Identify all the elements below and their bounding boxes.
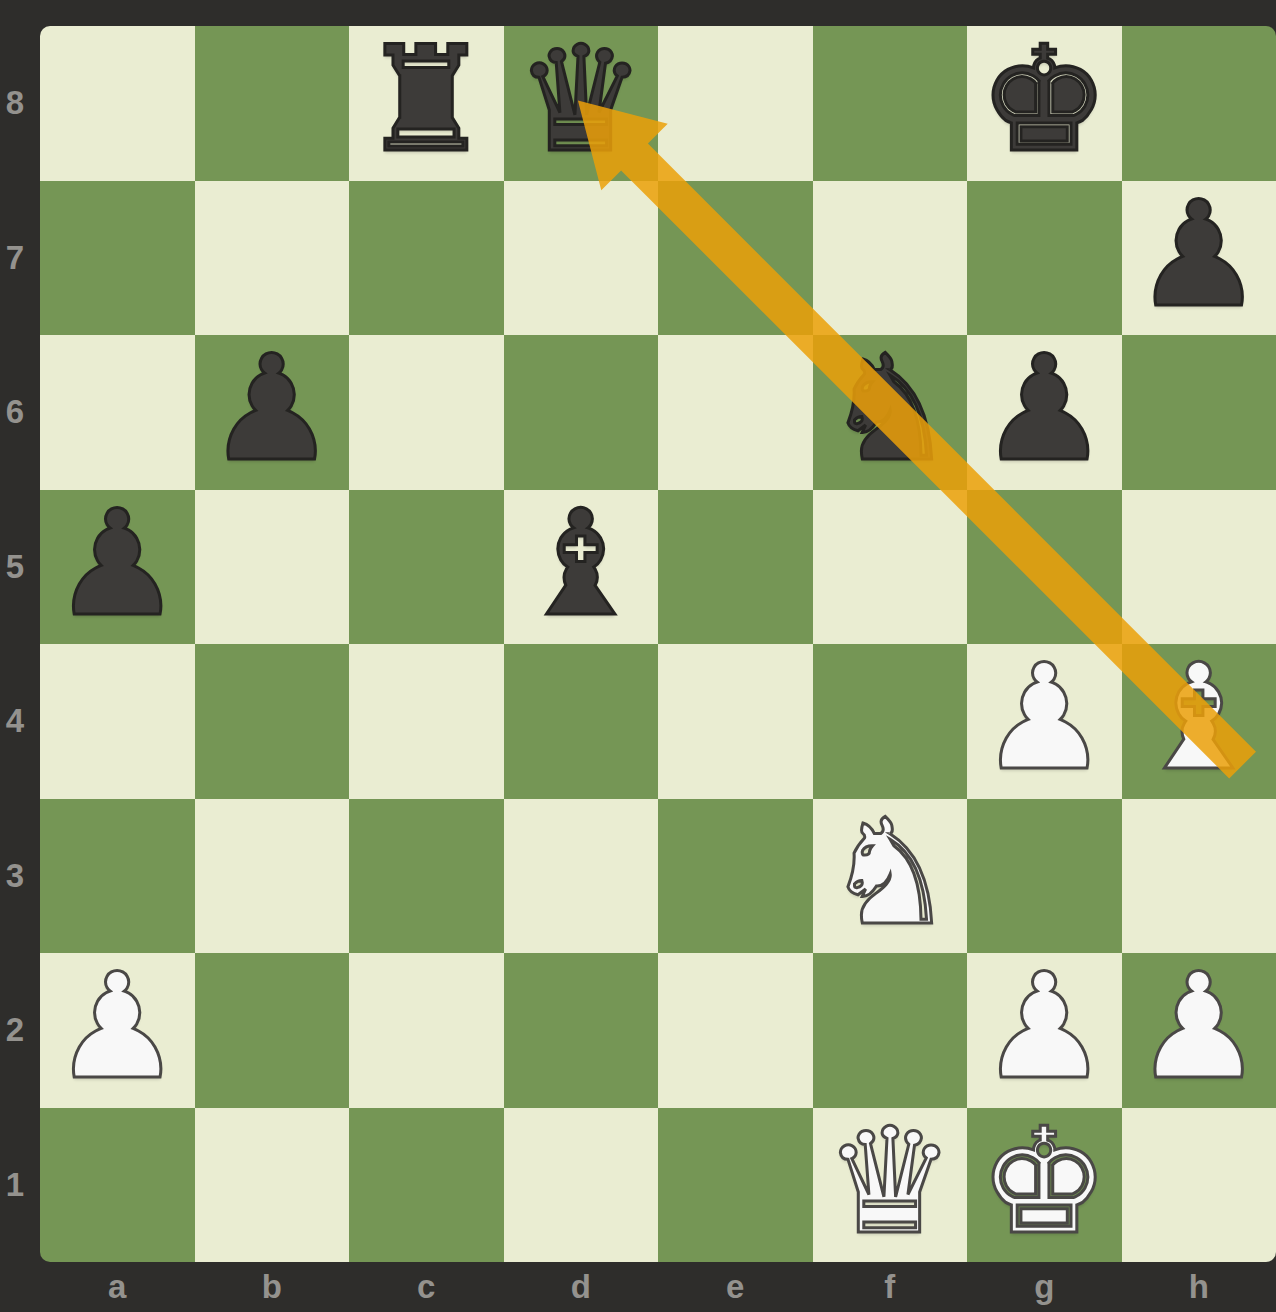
piece-white-pawn-a2[interactable]: ♟ — [52, 953, 183, 1099]
rank-label-1: 1 — [0, 1108, 35, 1263]
chess-board[interactable]: ♜♛♚♟♟♞♟♟♝♟♝♞♟♟♟♛♚ — [40, 26, 1276, 1262]
square-d7[interactable] — [504, 181, 659, 336]
piece-white-knight-f3[interactable]: ♞ — [824, 799, 955, 945]
square-a8[interactable] — [40, 26, 195, 181]
square-d2[interactable] — [504, 953, 659, 1108]
square-c8[interactable]: ♜ — [349, 26, 504, 181]
rank-label-7: 7 — [0, 181, 35, 336]
square-h6[interactable] — [1122, 335, 1276, 490]
piece-white-pawn-g4[interactable]: ♟ — [979, 644, 1110, 790]
file-label-d: d — [504, 1262, 659, 1312]
square-h1[interactable] — [1122, 1108, 1276, 1263]
square-f5[interactable] — [813, 490, 968, 645]
square-f3[interactable]: ♞ — [813, 799, 968, 954]
square-c6[interactable] — [349, 335, 504, 490]
piece-black-king-g8[interactable]: ♚ — [979, 26, 1110, 172]
square-f6[interactable]: ♞ — [813, 335, 968, 490]
square-a3[interactable] — [40, 799, 195, 954]
square-e6[interactable] — [658, 335, 813, 490]
file-label-f: f — [813, 1262, 968, 1312]
square-g5[interactable] — [967, 490, 1122, 645]
square-a1[interactable] — [40, 1108, 195, 1263]
piece-white-pawn-g2[interactable]: ♟ — [979, 953, 1110, 1099]
rank-label-2: 2 — [0, 953, 35, 1108]
square-b2[interactable] — [195, 953, 350, 1108]
piece-black-pawn-a5[interactable]: ♟ — [52, 490, 183, 636]
square-h2[interactable]: ♟ — [1122, 953, 1276, 1108]
square-d1[interactable] — [504, 1108, 659, 1263]
square-g1[interactable]: ♚ — [967, 1108, 1122, 1263]
square-c1[interactable] — [349, 1108, 504, 1263]
rank-label-5: 5 — [0, 490, 35, 645]
square-f7[interactable] — [813, 181, 968, 336]
square-g6[interactable]: ♟ — [967, 335, 1122, 490]
square-c2[interactable] — [349, 953, 504, 1108]
piece-black-queen-d8[interactable]: ♛ — [515, 26, 646, 172]
file-coordinates: abcdefgh — [40, 1262, 1276, 1312]
piece-black-pawn-g6[interactable]: ♟ — [979, 335, 1110, 481]
square-d5[interactable]: ♝ — [504, 490, 659, 645]
file-label-g: g — [967, 1262, 1122, 1312]
piece-black-pawn-h7[interactable]: ♟ — [1133, 181, 1264, 327]
square-e5[interactable] — [658, 490, 813, 645]
square-d3[interactable] — [504, 799, 659, 954]
square-h5[interactable] — [1122, 490, 1276, 645]
rank-label-8: 8 — [0, 26, 35, 181]
square-g3[interactable] — [967, 799, 1122, 954]
square-b1[interactable] — [195, 1108, 350, 1263]
chess-board-app: 87654321 ♜♛♚♟♟♞♟♟♝♟♝♞♟♟♟♛♚ abcdefgh — [0, 0, 1276, 1312]
square-f2[interactable] — [813, 953, 968, 1108]
square-d4[interactable] — [504, 644, 659, 799]
file-label-e: e — [658, 1262, 813, 1312]
square-c4[interactable] — [349, 644, 504, 799]
square-c5[interactable] — [349, 490, 504, 645]
square-c7[interactable] — [349, 181, 504, 336]
square-g8[interactable]: ♚ — [967, 26, 1122, 181]
square-e7[interactable] — [658, 181, 813, 336]
file-label-b: b — [195, 1262, 350, 1312]
square-b4[interactable] — [195, 644, 350, 799]
rank-label-3: 3 — [0, 799, 35, 954]
square-h3[interactable] — [1122, 799, 1276, 954]
square-b3[interactable] — [195, 799, 350, 954]
square-a6[interactable] — [40, 335, 195, 490]
file-label-a: a — [40, 1262, 195, 1312]
square-a5[interactable]: ♟ — [40, 490, 195, 645]
piece-white-bishop-h4[interactable]: ♝ — [1133, 644, 1264, 790]
square-h8[interactable] — [1122, 26, 1276, 181]
square-h4[interactable]: ♝ — [1122, 644, 1276, 799]
square-b8[interactable] — [195, 26, 350, 181]
square-d6[interactable] — [504, 335, 659, 490]
piece-black-bishop-d5[interactable]: ♝ — [515, 490, 646, 636]
square-e8[interactable] — [658, 26, 813, 181]
square-d8[interactable]: ♛ — [504, 26, 659, 181]
square-b6[interactable]: ♟ — [195, 335, 350, 490]
file-label-c: c — [349, 1262, 504, 1312]
square-b7[interactable] — [195, 181, 350, 336]
square-e3[interactable] — [658, 799, 813, 954]
square-f8[interactable] — [813, 26, 968, 181]
piece-black-pawn-b6[interactable]: ♟ — [206, 335, 337, 481]
square-a4[interactable] — [40, 644, 195, 799]
square-g2[interactable]: ♟ — [967, 953, 1122, 1108]
square-g4[interactable]: ♟ — [967, 644, 1122, 799]
piece-white-pawn-h2[interactable]: ♟ — [1133, 953, 1264, 1099]
square-f4[interactable] — [813, 644, 968, 799]
square-h7[interactable]: ♟ — [1122, 181, 1276, 336]
rank-label-6: 6 — [0, 335, 35, 490]
square-e2[interactable] — [658, 953, 813, 1108]
square-e1[interactable] — [658, 1108, 813, 1263]
square-f1[interactable]: ♛ — [813, 1108, 968, 1263]
square-e4[interactable] — [658, 644, 813, 799]
piece-black-knight-f6[interactable]: ♞ — [824, 335, 955, 481]
square-a2[interactable]: ♟ — [40, 953, 195, 1108]
rank-label-4: 4 — [0, 644, 35, 799]
file-label-h: h — [1122, 1262, 1276, 1312]
square-g7[interactable] — [967, 181, 1122, 336]
piece-white-queen-f1[interactable]: ♛ — [824, 1108, 955, 1254]
rank-coordinates: 87654321 — [0, 26, 40, 1262]
square-c3[interactable] — [349, 799, 504, 954]
piece-black-rook-c8[interactable]: ♜ — [361, 26, 492, 172]
piece-white-king-g1[interactable]: ♚ — [979, 1108, 1110, 1254]
square-a7[interactable] — [40, 181, 195, 336]
square-b5[interactable] — [195, 490, 350, 645]
